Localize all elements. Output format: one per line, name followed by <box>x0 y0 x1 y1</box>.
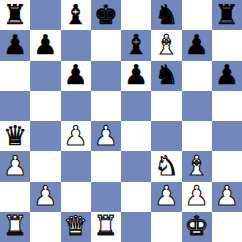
square-g4[interactable] <box>182 121 212 151</box>
square-c4[interactable]: ♟ <box>61 121 91 151</box>
square-d1[interactable]: ♜ <box>91 212 121 242</box>
square-g5[interactable] <box>182 91 212 121</box>
black-rook: ♜ <box>215 1 239 28</box>
square-e6[interactable]: ♟ <box>121 61 151 91</box>
square-f5[interactable] <box>151 91 181 121</box>
square-a5[interactable] <box>0 91 30 121</box>
square-g1[interactable]: ♚ <box>182 212 212 242</box>
square-b1[interactable] <box>30 212 60 242</box>
black-pawn: ♟ <box>33 31 57 58</box>
white-king: ♚ <box>185 212 209 239</box>
square-a4[interactable]: ♛ <box>0 121 30 151</box>
square-h6[interactable]: ♟ <box>212 61 242 91</box>
square-b7[interactable]: ♟ <box>30 30 60 60</box>
square-a6[interactable] <box>0 61 30 91</box>
square-e2[interactable] <box>121 182 151 212</box>
square-b6[interactable] <box>30 61 60 91</box>
square-d2[interactable] <box>91 182 121 212</box>
square-g8[interactable] <box>182 0 212 30</box>
square-f8[interactable]: ♞ <box>151 0 181 30</box>
white-pawn: ♟ <box>94 122 118 149</box>
black-knight: ♞ <box>154 1 178 28</box>
square-e3[interactable] <box>121 151 151 181</box>
square-c6[interactable]: ♟ <box>61 61 91 91</box>
square-b8[interactable] <box>30 0 60 30</box>
square-h7[interactable] <box>212 30 242 60</box>
square-c7[interactable] <box>61 30 91 60</box>
black-knight: ♞ <box>154 61 178 88</box>
white-pawn: ♟ <box>33 182 57 209</box>
square-d5[interactable] <box>91 91 121 121</box>
square-a2[interactable] <box>0 182 30 212</box>
white-pawn: ♟ <box>3 152 27 179</box>
square-h4[interactable] <box>212 121 242 151</box>
square-d4[interactable]: ♟ <box>91 121 121 151</box>
square-e8[interactable] <box>121 0 151 30</box>
square-e4[interactable] <box>121 121 151 151</box>
white-pawn: ♟ <box>185 182 209 209</box>
white-pawn: ♟ <box>154 182 178 209</box>
square-d8[interactable]: ♚ <box>91 0 121 30</box>
square-d6[interactable] <box>91 61 121 91</box>
white-rook: ♜ <box>94 212 118 239</box>
square-h8[interactable]: ♜ <box>212 0 242 30</box>
black-bishop: ♝ <box>124 31 148 58</box>
black-pawn: ♟ <box>3 31 27 58</box>
square-a3[interactable]: ♟ <box>0 151 30 181</box>
black-bishop: ♝ <box>64 1 88 28</box>
square-g7[interactable]: ♟ <box>182 30 212 60</box>
square-d7[interactable] <box>91 30 121 60</box>
white-knight: ♞ <box>154 152 178 179</box>
square-f4[interactable] <box>151 121 181 151</box>
square-c1[interactable]: ♛ <box>61 212 91 242</box>
square-c8[interactable]: ♝ <box>61 0 91 30</box>
white-rook: ♜ <box>3 212 27 239</box>
square-g6[interactable] <box>182 61 212 91</box>
square-f6[interactable]: ♞ <box>151 61 181 91</box>
square-b2[interactable]: ♟ <box>30 182 60 212</box>
square-c2[interactable] <box>61 182 91 212</box>
black-queen: ♛ <box>3 122 27 149</box>
square-h5[interactable] <box>212 91 242 121</box>
square-e1[interactable] <box>121 212 151 242</box>
white-pawn: ♟ <box>64 122 88 149</box>
square-f1[interactable] <box>151 212 181 242</box>
white-bishop: ♝ <box>154 31 178 58</box>
square-f3[interactable]: ♞ <box>151 151 181 181</box>
chess-board-wrapper: ♜♝♚♞♜♟♟♝♝♟♟♟♞♟♛♟♟♟♞♝♟♟♟♟♜♛♜♚ <box>0 0 242 242</box>
black-pawn: ♟ <box>215 61 239 88</box>
square-b5[interactable] <box>30 91 60 121</box>
chess-board: ♜♝♚♞♜♟♟♝♝♟♟♟♞♟♛♟♟♟♞♝♟♟♟♟♜♛♜♚ <box>0 0 242 242</box>
square-g2[interactable]: ♟ <box>182 182 212 212</box>
square-c5[interactable] <box>61 91 91 121</box>
black-pawn: ♟ <box>185 31 209 58</box>
square-b3[interactable] <box>30 151 60 181</box>
square-f2[interactable]: ♟ <box>151 182 181 212</box>
black-rook: ♜ <box>3 1 27 28</box>
square-h1[interactable] <box>212 212 242 242</box>
square-a7[interactable]: ♟ <box>0 30 30 60</box>
black-king: ♚ <box>94 1 118 28</box>
white-queen: ♛ <box>64 212 88 239</box>
black-pawn: ♟ <box>64 61 88 88</box>
square-d3[interactable] <box>91 151 121 181</box>
square-h3[interactable] <box>212 151 242 181</box>
square-f7[interactable]: ♝ <box>151 30 181 60</box>
square-e7[interactable]: ♝ <box>121 30 151 60</box>
square-h2[interactable]: ♟ <box>212 182 242 212</box>
white-pawn: ♟ <box>215 182 239 209</box>
black-pawn: ♟ <box>124 61 148 88</box>
square-a8[interactable]: ♜ <box>0 0 30 30</box>
white-bishop: ♝ <box>185 152 209 179</box>
square-g3[interactable]: ♝ <box>182 151 212 181</box>
square-e5[interactable] <box>121 91 151 121</box>
square-c3[interactable] <box>61 151 91 181</box>
square-b4[interactable] <box>30 121 60 151</box>
square-a1[interactable]: ♜ <box>0 212 30 242</box>
